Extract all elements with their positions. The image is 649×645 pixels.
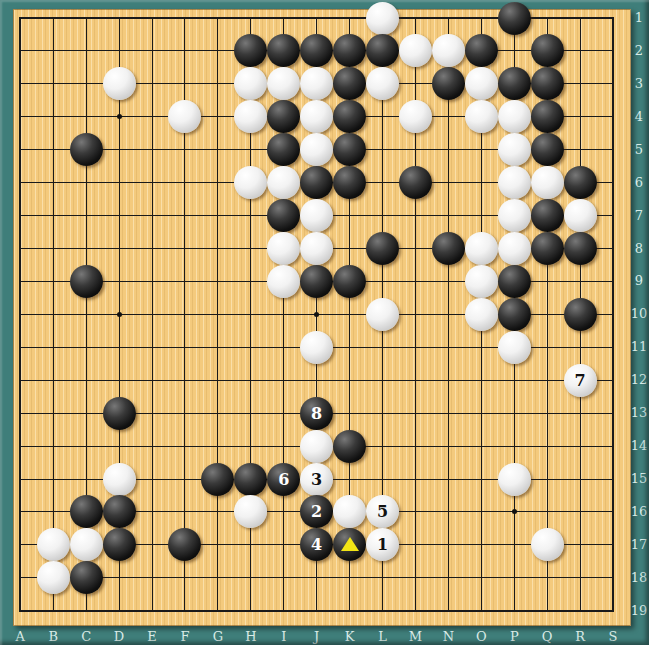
black-stone xyxy=(498,67,531,100)
black-stone xyxy=(333,166,366,199)
white-stone xyxy=(300,133,333,166)
black-stone xyxy=(333,528,366,561)
white-stone xyxy=(498,463,531,496)
black-stone xyxy=(432,67,465,100)
black-stone xyxy=(399,166,432,199)
black-stone xyxy=(333,100,366,133)
black-stone xyxy=(267,34,300,67)
column-label: P xyxy=(504,629,524,644)
black-stone xyxy=(333,133,366,166)
white-stone xyxy=(333,495,366,528)
black-stone xyxy=(168,528,201,561)
column-label: H xyxy=(241,629,261,644)
white-stone xyxy=(300,100,333,133)
column-label: O xyxy=(471,629,491,644)
black-stone xyxy=(531,67,564,100)
black-stone xyxy=(498,2,531,35)
black-stone xyxy=(531,100,564,133)
black-stone xyxy=(267,100,300,133)
white-stone xyxy=(498,100,531,133)
row-label: 14 xyxy=(628,438,649,453)
white-stone xyxy=(168,100,201,133)
board-layer: 12345678ABCDEFGHIJKLMNOPQRS1234567891011… xyxy=(0,0,649,645)
black-stone xyxy=(267,199,300,232)
white-stone xyxy=(234,67,267,100)
black-stone xyxy=(103,397,136,430)
white-stone xyxy=(399,100,432,133)
column-label: I xyxy=(274,629,294,644)
row-label: 17 xyxy=(628,537,649,552)
white-stone xyxy=(498,232,531,265)
star-point xyxy=(117,114,122,119)
go-app-window: 12345678ABCDEFGHIJKLMNOPQRS1234567891011… xyxy=(0,0,649,645)
white-stone xyxy=(300,331,333,364)
black-stone xyxy=(201,463,234,496)
black-stone xyxy=(564,166,597,199)
white-stone xyxy=(432,34,465,67)
row-label: 19 xyxy=(628,603,649,618)
grid-line-horizontal xyxy=(19,380,614,381)
white-stone xyxy=(234,495,267,528)
white-stone xyxy=(267,265,300,298)
black-stone xyxy=(300,495,333,528)
black-stone xyxy=(70,265,103,298)
white-stone xyxy=(531,528,564,561)
white-stone xyxy=(366,67,399,100)
white-stone xyxy=(465,67,498,100)
black-stone xyxy=(432,232,465,265)
black-stone xyxy=(531,133,564,166)
white-stone xyxy=(465,100,498,133)
white-stone xyxy=(103,463,136,496)
row-label: 15 xyxy=(628,471,649,486)
star-point xyxy=(117,312,122,317)
white-stone xyxy=(366,298,399,331)
white-stone xyxy=(366,528,399,561)
column-label: E xyxy=(142,629,162,644)
white-stone xyxy=(564,364,597,397)
white-stone xyxy=(300,463,333,496)
black-stone xyxy=(103,528,136,561)
white-stone xyxy=(498,166,531,199)
row-label: 16 xyxy=(628,504,649,519)
white-stone xyxy=(267,232,300,265)
white-stone xyxy=(300,67,333,100)
black-stone xyxy=(234,34,267,67)
white-stone xyxy=(300,430,333,463)
black-stone xyxy=(300,397,333,430)
column-label: J xyxy=(307,629,327,644)
star-point xyxy=(512,509,517,514)
white-stone xyxy=(37,561,70,594)
black-stone xyxy=(333,34,366,67)
black-stone xyxy=(70,495,103,528)
row-label: 8 xyxy=(628,241,649,256)
row-label: 5 xyxy=(628,142,649,157)
black-stone xyxy=(70,133,103,166)
row-label: 10 xyxy=(628,306,649,321)
row-label: 4 xyxy=(628,109,649,124)
column-label: Q xyxy=(537,629,557,644)
column-label: L xyxy=(373,629,393,644)
white-stone xyxy=(531,166,564,199)
black-stone xyxy=(564,232,597,265)
black-stone xyxy=(465,34,498,67)
white-stone xyxy=(498,331,531,364)
black-stone xyxy=(267,463,300,496)
grid-line-vertical xyxy=(612,17,614,612)
row-label: 3 xyxy=(628,76,649,91)
black-stone xyxy=(333,430,366,463)
white-stone xyxy=(465,265,498,298)
row-label: 7 xyxy=(628,208,649,223)
row-label: 18 xyxy=(628,570,649,585)
row-label: 2 xyxy=(628,43,649,58)
column-label: K xyxy=(340,629,360,644)
black-stone xyxy=(531,232,564,265)
white-stone xyxy=(234,166,267,199)
row-label: 11 xyxy=(628,339,649,354)
row-label: 1 xyxy=(628,10,649,25)
black-stone xyxy=(333,265,366,298)
black-stone xyxy=(333,67,366,100)
column-label: N xyxy=(438,629,458,644)
white-stone xyxy=(70,528,103,561)
white-stone xyxy=(267,67,300,100)
black-stone xyxy=(564,298,597,331)
black-stone xyxy=(234,463,267,496)
grid-line-horizontal xyxy=(19,577,614,578)
black-stone xyxy=(531,34,564,67)
white-stone xyxy=(465,232,498,265)
column-label: G xyxy=(208,629,228,644)
white-stone xyxy=(37,528,70,561)
column-label: M xyxy=(405,629,425,644)
white-stone xyxy=(234,100,267,133)
column-label: D xyxy=(109,629,129,644)
black-stone xyxy=(498,298,531,331)
black-stone xyxy=(366,232,399,265)
black-stone xyxy=(300,265,333,298)
black-stone xyxy=(300,166,333,199)
grid-line-vertical xyxy=(448,17,449,612)
star-point xyxy=(314,312,319,317)
column-label: F xyxy=(175,629,195,644)
white-stone xyxy=(399,34,432,67)
black-stone xyxy=(267,133,300,166)
white-stone xyxy=(103,67,136,100)
black-stone xyxy=(531,199,564,232)
black-stone xyxy=(300,528,333,561)
white-stone xyxy=(366,2,399,35)
white-stone xyxy=(564,199,597,232)
black-stone xyxy=(70,561,103,594)
white-stone xyxy=(498,199,531,232)
black-stone xyxy=(498,265,531,298)
column-label: C xyxy=(76,629,96,644)
column-label: S xyxy=(603,629,623,644)
column-label: B xyxy=(43,629,63,644)
white-stone xyxy=(366,495,399,528)
white-stone xyxy=(465,298,498,331)
white-stone xyxy=(267,166,300,199)
column-label: A xyxy=(10,629,30,644)
white-stone xyxy=(498,133,531,166)
column-label: R xyxy=(570,629,590,644)
black-stone xyxy=(300,34,333,67)
white-stone xyxy=(300,232,333,265)
row-label: 12 xyxy=(628,372,649,387)
row-label: 13 xyxy=(628,405,649,420)
grid-line-horizontal xyxy=(19,610,614,612)
white-stone xyxy=(300,199,333,232)
row-label: 9 xyxy=(628,273,649,288)
black-stone xyxy=(366,34,399,67)
black-stone xyxy=(103,495,136,528)
row-label: 6 xyxy=(628,175,649,190)
